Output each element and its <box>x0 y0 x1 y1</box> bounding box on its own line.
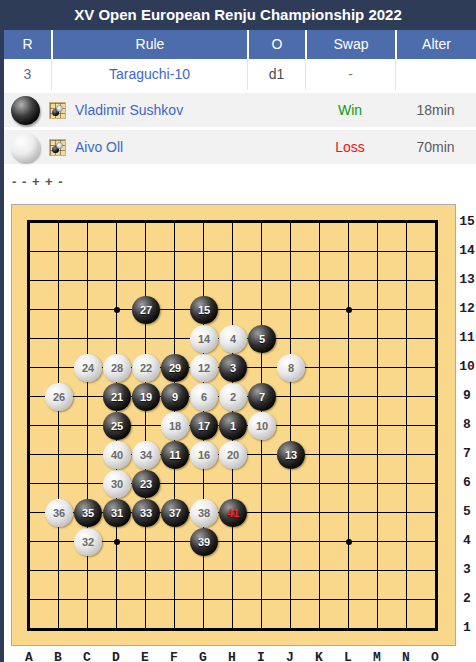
stone-h7-move-20: 20 <box>219 441 247 469</box>
player-name-black[interactable]: Vladimir Sushkov <box>75 102 183 118</box>
row-label-14: 14 <box>455 243 476 259</box>
table-header-row: R Rule O Swap Alter <box>4 30 476 59</box>
stone-f9-move-9: 9 <box>161 383 189 411</box>
star-point-d12 <box>114 307 120 313</box>
player-row-white: Aivo Oll Loss 70min <box>4 127 476 164</box>
stone-e5-move-33: 33 <box>132 499 160 527</box>
row-label-6: 6 <box>455 475 476 491</box>
board-area: 1234567891011121314151617181920212223242… <box>11 204 476 662</box>
row-label-2: 2 <box>455 591 476 607</box>
stone-c4-move-32: 32 <box>74 528 102 556</box>
stone-i9-move-7: 7 <box>248 383 276 411</box>
stone-b9-move-26: 26 <box>45 383 73 411</box>
stone-g5-move-38: 38 <box>190 499 218 527</box>
stone-g10-move-12: 12 <box>190 354 218 382</box>
stone-h9-move-2: 2 <box>219 383 247 411</box>
col-header-round: R <box>4 30 51 59</box>
col-label-E: E <box>136 651 154 662</box>
star-point-l4 <box>346 539 352 545</box>
stone-d6-move-30: 30 <box>103 470 131 498</box>
star-point-d4 <box>114 539 120 545</box>
stone-j10-move-8: 8 <box>277 354 305 382</box>
col-header-rule: Rule <box>51 30 247 59</box>
content: R Rule O Swap Alter 3 Taraguchi-10 d1 - … <box>4 30 476 662</box>
player-row-black: Vladimir Sushkov Win 18min <box>4 90 476 127</box>
col-label-C: C <box>78 651 96 662</box>
col-header-opening: O <box>247 30 305 59</box>
stone-d10-move-28: 28 <box>103 354 131 382</box>
stone-g12-move-15: 15 <box>190 296 218 324</box>
alter-value <box>395 59 476 90</box>
mini-board-icon[interactable] <box>49 102 66 119</box>
black-stone-icon <box>11 96 40 125</box>
row-label-1: 1 <box>455 620 476 636</box>
stone-g4-move-39: 39 <box>190 528 218 556</box>
round-number: 3 <box>4 59 51 90</box>
col-label-J: J <box>281 651 299 662</box>
time-white: 70min <box>395 139 476 155</box>
stone-c10-move-24: 24 <box>74 354 102 382</box>
col-header-swap: Swap <box>305 30 395 59</box>
result-black: Win <box>305 102 395 118</box>
stone-g7-move-16: 16 <box>190 441 218 469</box>
stone-g8-move-17: 17 <box>190 412 218 440</box>
col-label-D: D <box>107 651 125 662</box>
opening-value: d1 <box>247 59 305 90</box>
stone-j7-move-13: 13 <box>277 441 305 469</box>
row-label-12: 12 <box>455 301 476 317</box>
star-point-l12 <box>346 307 352 313</box>
row-label-10: 10 <box>455 359 476 375</box>
stone-d8-move-25: 25 <box>103 412 131 440</box>
time-black: 18min <box>395 102 476 118</box>
player-name-white[interactable]: Aivo Oll <box>75 139 123 155</box>
stone-e7-move-34: 34 <box>132 441 160 469</box>
stone-i8-move-10: 10 <box>248 412 276 440</box>
swap-sequence-line: - - + + - <box>4 164 476 204</box>
result-white: Loss <box>305 139 395 155</box>
stone-h10-move-3: 3 <box>219 354 247 382</box>
stone-e6-move-23: 23 <box>132 470 160 498</box>
stone-g11-move-14: 14 <box>190 325 218 353</box>
stone-f7-move-11: 11 <box>161 441 189 469</box>
stone-h5-move-41: 41 <box>219 499 247 527</box>
stone-d5-move-31: 31 <box>103 499 131 527</box>
col-label-A: A <box>20 651 38 662</box>
stone-d9-move-21: 21 <box>103 383 131 411</box>
white-stone-icon <box>11 133 40 162</box>
swap-value: - <box>305 59 395 90</box>
game-info-row: 3 Taraguchi-10 d1 - <box>4 59 476 90</box>
mini-board-icon[interactable] <box>49 139 66 156</box>
row-label-13: 13 <box>455 272 476 288</box>
row-label-7: 7 <box>455 446 476 462</box>
stone-d7-move-40: 40 <box>103 441 131 469</box>
row-label-15: 15 <box>455 214 476 230</box>
stone-g9-move-6: 6 <box>190 383 218 411</box>
row-label-5: 5 <box>455 504 476 520</box>
row-label-9: 9 <box>455 388 476 404</box>
col-label-B: B <box>49 651 67 662</box>
col-header-alter: Alter <box>395 30 476 59</box>
goban[interactable]: 1234567891011121314151617181920212223242… <box>11 204 456 646</box>
col-label-F: F <box>165 651 183 662</box>
col-label-O: O <box>426 651 444 662</box>
rule-link[interactable]: Taraguchi-10 <box>109 66 190 82</box>
col-label-I: I <box>252 651 270 662</box>
col-label-G: G <box>194 651 212 662</box>
stone-e10-move-22: 22 <box>132 354 160 382</box>
stone-i11-move-5: 5 <box>248 325 276 353</box>
page-title: XV Open European Renju Championship 2022 <box>0 0 476 30</box>
stone-e12-move-27: 27 <box>132 296 160 324</box>
row-label-8: 8 <box>455 417 476 433</box>
col-label-N: N <box>397 651 415 662</box>
col-label-M: M <box>368 651 386 662</box>
stone-c5-move-35: 35 <box>74 499 102 527</box>
row-label-11: 11 <box>455 330 476 346</box>
col-label-K: K <box>310 651 328 662</box>
stone-e9-move-19: 19 <box>132 383 160 411</box>
col-label-H: H <box>223 651 241 662</box>
stone-f8-move-18: 18 <box>161 412 189 440</box>
col-label-L: L <box>339 651 357 662</box>
row-label-3: 3 <box>455 562 476 578</box>
stone-f5-move-37: 37 <box>161 499 189 527</box>
row-label-4: 4 <box>455 533 476 549</box>
stone-h8-move-1: 1 <box>219 412 247 440</box>
stone-h11-move-4: 4 <box>219 325 247 353</box>
stone-f10-move-29: 29 <box>161 354 189 382</box>
stone-b5-move-36: 36 <box>45 499 73 527</box>
